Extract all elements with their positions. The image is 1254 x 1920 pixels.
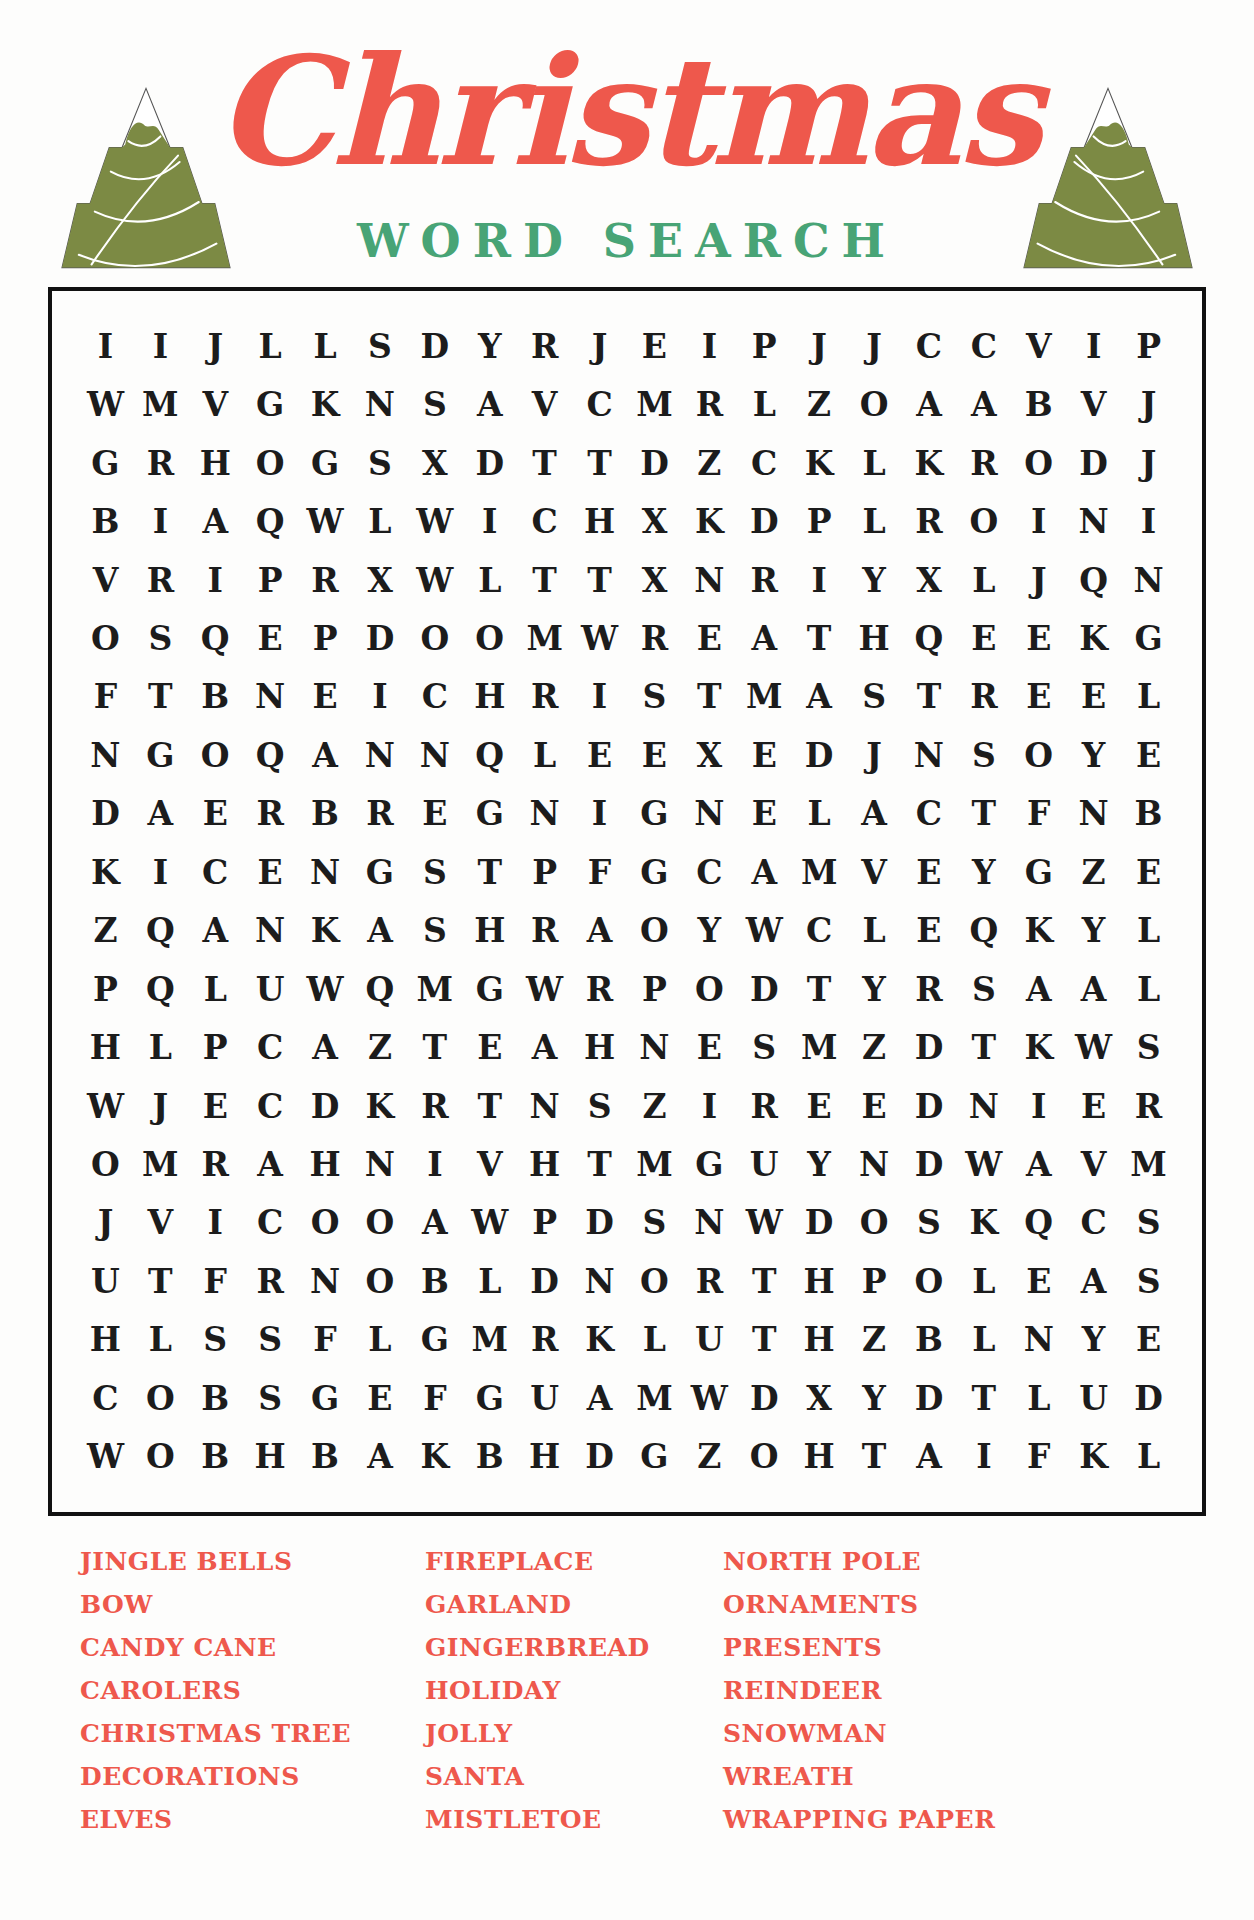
grid-cell[interactable]: S — [737, 1018, 792, 1076]
grid-cell[interactable]: K — [902, 434, 957, 492]
grid-cell[interactable]: T — [462, 1077, 517, 1135]
grid-cell[interactable]: N — [298, 1252, 353, 1310]
grid-cell[interactable]: R — [902, 960, 957, 1018]
grid-cell[interactable]: O — [353, 1194, 408, 1252]
grid-cell[interactable]: S — [407, 843, 462, 901]
grid-cell[interactable]: I — [682, 317, 737, 375]
grid-cell[interactable]: R — [572, 960, 627, 1018]
grid-cell[interactable]: T — [133, 1252, 188, 1310]
grid-cell[interactable]: A — [1066, 960, 1121, 1018]
grid-cell[interactable]: X — [902, 551, 957, 609]
grid-cell[interactable]: P — [298, 609, 353, 667]
grid-cell[interactable]: D — [462, 434, 517, 492]
grid-cell[interactable]: E — [682, 609, 737, 667]
grid-cell[interactable]: R — [517, 668, 572, 726]
grid-cell[interactable]: O — [902, 1252, 957, 1310]
grid-cell[interactable]: L — [847, 492, 902, 550]
grid-cell[interactable]: Z — [682, 1428, 737, 1486]
grid-cell[interactable]: H — [517, 1135, 572, 1193]
grid-cell[interactable]: C — [956, 317, 1011, 375]
grid-cell[interactable]: A — [737, 609, 792, 667]
grid-cell[interactable]: J — [847, 317, 902, 375]
grid-cell[interactable]: O — [78, 1135, 133, 1193]
grid-cell[interactable]: B — [1121, 785, 1176, 843]
grid-cell[interactable]: Q — [133, 902, 188, 960]
grid-cell[interactable]: C — [243, 1077, 298, 1135]
grid-cell[interactable]: T — [682, 668, 737, 726]
grid-cell[interactable]: W — [407, 551, 462, 609]
grid-cell[interactable]: J — [133, 1077, 188, 1135]
grid-cell[interactable]: V — [1066, 375, 1121, 433]
grid-cell[interactable]: M — [627, 1369, 682, 1427]
grid-cell[interactable]: E — [1121, 726, 1176, 784]
grid-cell[interactable]: A — [517, 1018, 572, 1076]
grid-cell[interactable]: N — [956, 1077, 1011, 1135]
grid-cell[interactable]: S — [407, 902, 462, 960]
grid-cell[interactable]: I — [188, 551, 243, 609]
grid-cell[interactable]: A — [902, 1428, 957, 1486]
grid-cell[interactable]: H — [517, 1428, 572, 1486]
grid-cell[interactable]: Q — [243, 492, 298, 550]
grid-cell[interactable]: W — [956, 1135, 1011, 1193]
grid-cell[interactable]: O — [956, 492, 1011, 550]
grid-cell[interactable]: D — [737, 492, 792, 550]
grid-cell[interactable]: N — [243, 668, 298, 726]
grid-cell[interactable]: A — [956, 375, 1011, 433]
grid-cell[interactable]: D — [902, 1135, 957, 1193]
grid-cell[interactable]: I — [1011, 1077, 1066, 1135]
grid-cell[interactable]: B — [298, 785, 353, 843]
grid-cell[interactable]: R — [298, 551, 353, 609]
grid-cell[interactable]: D — [407, 317, 462, 375]
grid-cell[interactable]: R — [517, 317, 572, 375]
grid-cell[interactable]: G — [298, 434, 353, 492]
grid-cell[interactable]: L — [243, 317, 298, 375]
grid-cell[interactable]: K — [792, 434, 847, 492]
grid-cell[interactable]: F — [298, 1311, 353, 1369]
grid-cell[interactable]: V — [462, 1135, 517, 1193]
grid-cell[interactable]: E — [1011, 668, 1066, 726]
grid-cell[interactable]: O — [298, 1194, 353, 1252]
grid-cell[interactable]: X — [353, 551, 408, 609]
grid-cell[interactable]: D — [792, 1194, 847, 1252]
grid-cell[interactable]: R — [517, 902, 572, 960]
grid-cell[interactable]: P — [78, 960, 133, 1018]
grid-cell[interactable]: C — [78, 1369, 133, 1427]
grid-cell[interactable]: N — [243, 902, 298, 960]
grid-cell[interactable]: E — [353, 1369, 408, 1427]
grid-cell[interactable]: A — [1011, 1135, 1066, 1193]
grid-cell[interactable]: Y — [847, 551, 902, 609]
grid-cell[interactable]: T — [902, 668, 957, 726]
grid-cell[interactable]: C — [902, 317, 957, 375]
grid-cell[interactable]: B — [78, 492, 133, 550]
grid-cell[interactable]: Q — [133, 960, 188, 1018]
grid-cell[interactable]: W — [298, 960, 353, 1018]
grid-cell[interactable]: R — [353, 785, 408, 843]
grid-cell[interactable]: H — [188, 434, 243, 492]
grid-cell[interactable]: I — [78, 317, 133, 375]
grid-cell[interactable]: I — [1011, 492, 1066, 550]
grid-cell[interactable]: N — [353, 375, 408, 433]
grid-cell[interactable]: O — [682, 960, 737, 1018]
grid-cell[interactable]: M — [627, 1135, 682, 1193]
grid-cell[interactable]: O — [627, 902, 682, 960]
grid-cell[interactable]: B — [902, 1311, 957, 1369]
grid-cell[interactable]: A — [462, 375, 517, 433]
grid-cell[interactable]: J — [847, 726, 902, 784]
grid-cell[interactable]: N — [682, 1194, 737, 1252]
grid-cell[interactable]: R — [956, 434, 1011, 492]
grid-cell[interactable]: O — [847, 375, 902, 433]
grid-cell[interactable]: G — [407, 1311, 462, 1369]
grid-cell[interactable]: S — [133, 609, 188, 667]
grid-cell[interactable]: P — [847, 1252, 902, 1310]
grid-cell[interactable]: J — [792, 317, 847, 375]
grid-cell[interactable]: A — [792, 668, 847, 726]
grid-cell[interactable]: U — [78, 1252, 133, 1310]
grid-cell[interactable]: Y — [1066, 726, 1121, 784]
grid-cell[interactable]: U — [517, 1369, 572, 1427]
grid-cell[interactable]: B — [1011, 375, 1066, 433]
grid-cell[interactable]: E — [1066, 1077, 1121, 1135]
grid-cell[interactable]: L — [956, 551, 1011, 609]
grid-cell[interactable]: H — [298, 1135, 353, 1193]
grid-cell[interactable]: T — [517, 434, 572, 492]
grid-cell[interactable]: I — [188, 1194, 243, 1252]
grid-cell[interactable]: M — [792, 843, 847, 901]
grid-cell[interactable]: G — [462, 960, 517, 1018]
grid-cell[interactable]: U — [682, 1311, 737, 1369]
grid-cell[interactable]: L — [188, 960, 243, 1018]
grid-cell[interactable]: N — [682, 551, 737, 609]
grid-cell[interactable]: A — [1011, 960, 1066, 1018]
grid-cell[interactable]: C — [792, 902, 847, 960]
grid-cell[interactable]: G — [243, 375, 298, 433]
grid-cell[interactable]: V — [188, 375, 243, 433]
grid-cell[interactable]: Q — [956, 902, 1011, 960]
grid-cell[interactable]: L — [353, 492, 408, 550]
grid-cell[interactable]: Y — [847, 1369, 902, 1427]
grid-cell[interactable]: J — [78, 1194, 133, 1252]
grid-cell[interactable]: C — [188, 843, 243, 901]
grid-cell[interactable]: W — [517, 960, 572, 1018]
grid-cell[interactable]: Q — [243, 726, 298, 784]
grid-cell[interactable]: O — [407, 609, 462, 667]
grid-cell[interactable]: H — [847, 609, 902, 667]
grid-cell[interactable]: D — [902, 1369, 957, 1427]
grid-cell[interactable]: M — [133, 1135, 188, 1193]
grid-cell[interactable]: D — [792, 726, 847, 784]
grid-cell[interactable]: W — [298, 492, 353, 550]
grid-cell[interactable]: I — [407, 1135, 462, 1193]
grid-cell[interactable]: R — [682, 375, 737, 433]
grid-cell[interactable]: W — [737, 902, 792, 960]
grid-cell[interactable]: Q — [462, 726, 517, 784]
grid-cell[interactable]: C — [682, 843, 737, 901]
grid-cell[interactable]: H — [462, 668, 517, 726]
grid-cell[interactable]: V — [1066, 1135, 1121, 1193]
grid-cell[interactable]: T — [462, 843, 517, 901]
grid-cell[interactable]: E — [627, 726, 682, 784]
grid-cell[interactable]: L — [627, 1311, 682, 1369]
grid-cell[interactable]: C — [737, 434, 792, 492]
grid-cell[interactable]: O — [462, 609, 517, 667]
grid-cell[interactable]: I — [572, 785, 627, 843]
grid-cell[interactable]: P — [188, 1018, 243, 1076]
grid-cell[interactable]: E — [902, 843, 957, 901]
grid-cell[interactable]: O — [133, 1428, 188, 1486]
grid-cell[interactable]: G — [627, 1428, 682, 1486]
grid-cell[interactable]: A — [572, 1369, 627, 1427]
grid-cell[interactable]: E — [188, 1077, 243, 1135]
grid-cell[interactable]: M — [627, 375, 682, 433]
grid-cell[interactable]: O — [737, 1428, 792, 1486]
grid-cell[interactable]: O — [133, 1369, 188, 1427]
grid-cell[interactable]: C — [407, 668, 462, 726]
grid-cell[interactable]: E — [298, 668, 353, 726]
grid-cell[interactable]: A — [243, 1135, 298, 1193]
grid-cell[interactable]: U — [737, 1135, 792, 1193]
grid-cell[interactable]: L — [1121, 1428, 1176, 1486]
grid-cell[interactable]: F — [572, 843, 627, 901]
grid-cell[interactable]: G — [682, 1135, 737, 1193]
grid-cell[interactable]: J — [572, 317, 627, 375]
grid-cell[interactable]: N — [353, 1135, 408, 1193]
grid-cell[interactable]: Z — [627, 1077, 682, 1135]
grid-cell[interactable]: M — [407, 960, 462, 1018]
grid-cell[interactable]: K — [407, 1428, 462, 1486]
grid-cell[interactable]: S — [902, 1194, 957, 1252]
grid-cell[interactable]: Y — [682, 902, 737, 960]
grid-cell[interactable]: V — [78, 551, 133, 609]
grid-cell[interactable]: O — [627, 1252, 682, 1310]
grid-cell[interactable]: I — [572, 668, 627, 726]
grid-cell[interactable]: S — [407, 375, 462, 433]
grid-cell[interactable]: Y — [1066, 902, 1121, 960]
grid-cell[interactable]: G — [627, 785, 682, 843]
grid-cell[interactable]: N — [78, 726, 133, 784]
grid-cell[interactable]: A — [298, 726, 353, 784]
grid-cell[interactable]: D — [353, 609, 408, 667]
grid-cell[interactable]: J — [1011, 551, 1066, 609]
grid-cell[interactable]: U — [243, 960, 298, 1018]
grid-cell[interactable]: S — [353, 317, 408, 375]
grid-cell[interactable]: E — [902, 902, 957, 960]
grid-cell[interactable]: I — [353, 668, 408, 726]
grid-cell[interactable]: Z — [847, 1311, 902, 1369]
grid-cell[interactable]: R — [627, 609, 682, 667]
grid-cell[interactable]: K — [1066, 1428, 1121, 1486]
grid-cell[interactable]: L — [1121, 960, 1176, 1018]
grid-cell[interactable]: R — [517, 1311, 572, 1369]
grid-cell[interactable]: G — [462, 1369, 517, 1427]
grid-cell[interactable]: E — [1121, 843, 1176, 901]
grid-cell[interactable]: R — [1121, 1077, 1176, 1135]
grid-cell[interactable]: T — [956, 1369, 1011, 1427]
grid-cell[interactable]: L — [1121, 668, 1176, 726]
grid-cell[interactable]: T — [737, 1252, 792, 1310]
grid-cell[interactable]: Y — [847, 960, 902, 1018]
grid-cell[interactable]: S — [1121, 1194, 1176, 1252]
grid-cell[interactable]: L — [298, 317, 353, 375]
grid-cell[interactable]: E — [1011, 1252, 1066, 1310]
grid-cell[interactable]: W — [737, 1194, 792, 1252]
grid-cell[interactable]: V — [847, 843, 902, 901]
grid-cell[interactable]: X — [627, 551, 682, 609]
grid-cell[interactable]: L — [792, 785, 847, 843]
grid-cell[interactable]: R — [737, 551, 792, 609]
grid-cell[interactable]: K — [1011, 902, 1066, 960]
grid-cell[interactable]: A — [298, 1018, 353, 1076]
grid-cell[interactable]: H — [462, 902, 517, 960]
grid-cell[interactable]: H — [792, 1252, 847, 1310]
grid-cell[interactable]: Z — [792, 375, 847, 433]
grid-cell[interactable]: C — [902, 785, 957, 843]
grid-cell[interactable]: G — [1121, 609, 1176, 667]
grid-cell[interactable]: D — [902, 1018, 957, 1076]
grid-cell[interactable]: P — [517, 1194, 572, 1252]
grid-cell[interactable]: M — [462, 1311, 517, 1369]
grid-cell[interactable]: T — [847, 1428, 902, 1486]
grid-cell[interactable]: E — [243, 843, 298, 901]
grid-cell[interactable]: N — [1121, 551, 1176, 609]
grid-cell[interactable]: A — [902, 375, 957, 433]
grid-cell[interactable]: N — [902, 726, 957, 784]
grid-cell[interactable]: S — [188, 1311, 243, 1369]
grid-cell[interactable]: T — [517, 551, 572, 609]
grid-cell[interactable]: C — [572, 375, 627, 433]
grid-cell[interactable]: E — [1011, 609, 1066, 667]
grid-cell[interactable]: D — [572, 1428, 627, 1486]
grid-cell[interactable]: D — [902, 1077, 957, 1135]
grid-cell[interactable]: K — [956, 1194, 1011, 1252]
grid-cell[interactable]: T — [792, 609, 847, 667]
grid-cell[interactable]: H — [792, 1428, 847, 1486]
grid-cell[interactable]: Y — [792, 1135, 847, 1193]
grid-cell[interactable]: L — [517, 726, 572, 784]
grid-cell[interactable]: Q — [902, 609, 957, 667]
grid-cell[interactable]: K — [353, 1077, 408, 1135]
grid-cell[interactable]: R — [956, 668, 1011, 726]
grid-cell[interactable]: E — [737, 726, 792, 784]
grid-cell[interactable]: D — [737, 1369, 792, 1427]
grid-cell[interactable]: S — [1121, 1018, 1176, 1076]
grid-cell[interactable]: S — [572, 1077, 627, 1135]
grid-cell[interactable]: A — [407, 1194, 462, 1252]
grid-cell[interactable]: N — [682, 785, 737, 843]
grid-cell[interactable]: A — [737, 843, 792, 901]
grid-cell[interactable]: F — [188, 1252, 243, 1310]
grid-cell[interactable]: V — [1011, 317, 1066, 375]
grid-cell[interactable]: V — [517, 375, 572, 433]
grid-cell[interactable]: C — [243, 1194, 298, 1252]
grid-cell[interactable]: R — [737, 1077, 792, 1135]
grid-cell[interactable]: L — [462, 1252, 517, 1310]
grid-cell[interactable]: T — [572, 1135, 627, 1193]
grid-cell[interactable]: M — [517, 609, 572, 667]
grid-cell[interactable]: G — [462, 785, 517, 843]
grid-cell[interactable]: R — [682, 1252, 737, 1310]
grid-cell[interactable]: W — [682, 1369, 737, 1427]
grid-cell[interactable]: C — [243, 1018, 298, 1076]
grid-cell[interactable]: R — [243, 1252, 298, 1310]
grid-cell[interactable]: M — [1121, 1135, 1176, 1193]
grid-cell[interactable]: J — [188, 317, 243, 375]
grid-cell[interactable]: A — [847, 785, 902, 843]
grid-cell[interactable]: S — [627, 668, 682, 726]
grid-cell[interactable]: X — [627, 492, 682, 550]
grid-cell[interactable]: W — [78, 375, 133, 433]
grid-cell[interactable]: C — [517, 492, 572, 550]
grid-cell[interactable]: I — [133, 843, 188, 901]
grid-cell[interactable]: L — [737, 375, 792, 433]
grid-cell[interactable]: K — [298, 375, 353, 433]
grid-cell[interactable]: N — [1066, 785, 1121, 843]
grid-cell[interactable]: A — [133, 785, 188, 843]
grid-cell[interactable]: E — [1121, 1311, 1176, 1369]
grid-cell[interactable]: N — [627, 1018, 682, 1076]
grid-cell[interactable]: G — [133, 726, 188, 784]
grid-cell[interactable]: H — [792, 1311, 847, 1369]
grid-cell[interactable]: S — [243, 1369, 298, 1427]
grid-cell[interactable]: W — [407, 492, 462, 550]
grid-cell[interactable]: F — [78, 668, 133, 726]
grid-cell[interactable]: T — [133, 668, 188, 726]
grid-cell[interactable]: K — [572, 1311, 627, 1369]
grid-cell[interactable]: B — [462, 1428, 517, 1486]
grid-cell[interactable]: Z — [1066, 843, 1121, 901]
grid-cell[interactable]: W — [462, 1194, 517, 1252]
grid-cell[interactable]: H — [78, 1311, 133, 1369]
grid-cell[interactable]: S — [1121, 1252, 1176, 1310]
grid-cell[interactable]: G — [353, 843, 408, 901]
grid-cell[interactable]: E — [792, 1077, 847, 1135]
grid-cell[interactable]: L — [133, 1018, 188, 1076]
grid-cell[interactable]: D — [737, 960, 792, 1018]
grid-cell[interactable]: B — [188, 668, 243, 726]
grid-cell[interactable]: P — [517, 843, 572, 901]
grid-cell[interactable]: W — [78, 1077, 133, 1135]
grid-cell[interactable]: N — [1066, 492, 1121, 550]
grid-cell[interactable]: S — [627, 1194, 682, 1252]
grid-cell[interactable]: Y — [1066, 1311, 1121, 1369]
grid-cell[interactable]: N — [353, 726, 408, 784]
grid-cell[interactable]: T — [956, 1018, 1011, 1076]
grid-cell[interactable]: J — [1121, 434, 1176, 492]
grid-cell[interactable]: O — [1011, 434, 1066, 492]
grid-cell[interactable]: A — [1066, 1252, 1121, 1310]
grid-cell[interactable]: N — [572, 1252, 627, 1310]
grid-cell[interactable]: I — [956, 1428, 1011, 1486]
grid-cell[interactable]: H — [572, 492, 627, 550]
grid-cell[interactable]: S — [847, 668, 902, 726]
grid-cell[interactable]: A — [188, 902, 243, 960]
grid-cell[interactable]: K — [298, 902, 353, 960]
grid-cell[interactable]: I — [462, 492, 517, 550]
grid-cell[interactable]: F — [407, 1369, 462, 1427]
grid-cell[interactable]: P — [792, 492, 847, 550]
grid-cell[interactable]: R — [133, 551, 188, 609]
grid-cell[interactable]: L — [133, 1311, 188, 1369]
grid-cell[interactable]: G — [627, 843, 682, 901]
grid-cell[interactable]: Y — [462, 317, 517, 375]
grid-cell[interactable]: H — [78, 1018, 133, 1076]
grid-cell[interactable]: P — [627, 960, 682, 1018]
grid-cell[interactable]: S — [243, 1311, 298, 1369]
grid-cell[interactable]: R — [407, 1077, 462, 1135]
grid-cell[interactable]: D — [572, 1194, 627, 1252]
